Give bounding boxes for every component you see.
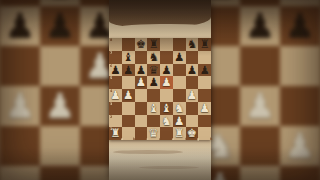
piece-black-p-a6: ♟ xyxy=(0,6,40,46)
piece-white-p-h3[interactable]: ♟ xyxy=(198,102,211,115)
file-label-c: c xyxy=(146,137,148,141)
piece-white-p-a4: ♟ xyxy=(0,86,40,126)
square-c4[interactable] xyxy=(135,89,148,102)
table-tan-band xyxy=(109,24,211,38)
square-g8[interactable]: ♞ xyxy=(186,38,199,51)
piece-black-n-d7[interactable]: ♞ xyxy=(147,51,160,64)
square-b2[interactable] xyxy=(122,115,135,128)
square-b5 xyxy=(40,46,80,86)
file-label-a: a xyxy=(121,137,123,141)
square-b3 xyxy=(40,126,80,166)
square-h6[interactable]: ♟ xyxy=(198,64,211,77)
square-b4[interactable]: ♟ xyxy=(122,89,135,102)
square-c3[interactable] xyxy=(135,102,148,115)
square-f7[interactable]: ♟ xyxy=(173,51,186,64)
piece-white-r-f1[interactable]: ♜ xyxy=(173,127,186,140)
piece-white-n-e2[interactable]: ♞ xyxy=(160,115,173,128)
square-a3[interactable]: 3 xyxy=(109,102,122,115)
square-a1[interactable]: ♜1a xyxy=(109,127,122,140)
square-b8[interactable] xyxy=(122,38,135,51)
table-top-dark-band xyxy=(109,0,211,27)
square-d8[interactable]: ♜ xyxy=(147,38,160,51)
square-b3[interactable] xyxy=(122,102,135,115)
square-a5 xyxy=(0,46,40,86)
rank-label-1: 1 xyxy=(110,127,112,131)
square-f8[interactable] xyxy=(173,38,186,51)
piece-white-p-g4: ♟ xyxy=(240,86,280,126)
rank-label-6: 6 xyxy=(110,64,112,68)
square-a7[interactable]: 7 xyxy=(109,51,122,64)
piece-black-p-b6[interactable]: ♟ xyxy=(122,64,135,77)
square-h3[interactable]: ♟ xyxy=(198,102,211,115)
square-h5[interactable] xyxy=(198,76,211,89)
file-label-e: e xyxy=(172,137,174,141)
rank-label-5: 5 xyxy=(110,76,112,80)
square-h1[interactable]: h xyxy=(198,127,211,140)
square-b2 xyxy=(40,166,80,180)
file-label-h: h xyxy=(210,137,212,141)
square-b6: ♟ xyxy=(40,6,80,46)
square-g4: ♟ xyxy=(240,86,280,126)
square-h3: ♟ xyxy=(280,126,320,166)
file-label-d: d xyxy=(159,137,161,141)
square-a8[interactable]: 8 xyxy=(109,38,122,51)
rank-label-7: 7 xyxy=(110,51,112,55)
file-label-g: g xyxy=(197,137,199,141)
square-e3[interactable]: ♝ xyxy=(160,102,173,115)
rank-label-4: 4 xyxy=(110,89,112,93)
rank-label-2: 2 xyxy=(110,115,112,119)
rank-label-3: 3 xyxy=(110,102,112,106)
square-f3[interactable]: ♞ xyxy=(173,102,186,115)
square-b1[interactable]: b xyxy=(122,127,135,140)
square-d3[interactable]: ♝ xyxy=(147,102,160,115)
square-c8[interactable]: ♚ xyxy=(135,38,148,51)
square-g6: ♟ xyxy=(240,6,280,46)
square-g5 xyxy=(240,46,280,86)
chess-board: 8♚♜♞♜7♝♞♟♟6♟♟♛♟♟♟5♟♟♟♟4♟♟3♝♝♞♟2♞♟♜1abc♛d… xyxy=(109,38,211,140)
file-label-b: b xyxy=(133,137,135,141)
square-h2 xyxy=(280,166,320,180)
piece-black-b-b7[interactable]: ♝ xyxy=(122,51,135,64)
piece-black-r-d8[interactable]: ♜ xyxy=(147,38,160,51)
table-streak xyxy=(139,166,199,169)
video-strip: 8♚♜♞♜7♝♞♟♟6♟♟♛♟♟♟5♟♟♟♟4♟♟3♝♝♞♟2♞♟♜1abc♛d… xyxy=(109,0,211,180)
file-label-f: f xyxy=(185,137,186,141)
square-b4: ♟ xyxy=(40,86,80,126)
rank-label-8: 8 xyxy=(110,38,112,42)
square-e2[interactable]: ♞ xyxy=(160,115,173,128)
piece-white-p-h3: ♟ xyxy=(280,126,320,166)
square-f5[interactable] xyxy=(173,76,186,89)
square-a3 xyxy=(0,126,40,166)
square-a4[interactable]: ♟4 xyxy=(109,89,122,102)
square-b6[interactable]: ♟ xyxy=(122,64,135,77)
square-e1[interactable]: e xyxy=(160,127,173,140)
square-f1[interactable]: ♜f xyxy=(173,127,186,140)
piece-white-n-f3[interactable]: ♞ xyxy=(173,102,186,115)
square-f6[interactable] xyxy=(173,64,186,77)
square-g4[interactable]: ♟ xyxy=(186,89,199,102)
piece-black-p-g6: ♟ xyxy=(240,6,280,46)
table-bottom-area xyxy=(109,140,211,180)
square-c7[interactable] xyxy=(135,51,148,64)
square-d7[interactable]: ♞ xyxy=(147,51,160,64)
piece-black-k-c8[interactable]: ♚ xyxy=(135,38,148,51)
piece-black-p-g6[interactable]: ♟ xyxy=(186,64,199,77)
piece-white-p-e5[interactable]: ♟ xyxy=(160,76,173,89)
piece-white-p-c5[interactable]: ♟ xyxy=(135,76,148,89)
square-a6: ♟ xyxy=(0,6,40,46)
piece-white-b-e3[interactable]: ♝ xyxy=(160,102,173,115)
piece-black-p-h6: ♟ xyxy=(280,6,320,46)
square-d1[interactable]: ♛d xyxy=(147,127,160,140)
square-f4[interactable] xyxy=(173,89,186,102)
square-d4[interactable] xyxy=(147,89,160,102)
square-d5[interactable]: ♟ xyxy=(147,76,160,89)
square-g6[interactable]: ♟ xyxy=(186,64,199,77)
piece-black-p-h6[interactable]: ♟ xyxy=(198,64,211,77)
piece-white-p-b4: ♟ xyxy=(40,86,80,126)
square-a4: ♟ xyxy=(0,86,40,126)
square-c1[interactable]: c xyxy=(135,127,148,140)
square-h8[interactable]: ♜ xyxy=(198,38,211,51)
piece-white-p-b4[interactable]: ♟ xyxy=(122,89,135,102)
piece-black-p-d5[interactable]: ♟ xyxy=(147,76,160,89)
piece-white-b-d3[interactable]: ♝ xyxy=(147,102,160,115)
square-h5 xyxy=(280,46,320,86)
square-e8[interactable] xyxy=(160,38,173,51)
piece-black-r-h8[interactable]: ♜ xyxy=(198,38,211,51)
square-b7[interactable]: ♝ xyxy=(122,51,135,64)
piece-black-p-b6: ♟ xyxy=(40,6,80,46)
square-g1[interactable]: ♚g xyxy=(186,127,199,140)
square-h4 xyxy=(280,86,320,126)
square-h4[interactable] xyxy=(198,89,211,102)
square-g2 xyxy=(240,166,280,180)
square-e7[interactable] xyxy=(160,51,173,64)
square-h6: ♟ xyxy=(280,6,320,46)
piece-white-p-g4[interactable]: ♟ xyxy=(186,89,199,102)
square-a2 xyxy=(0,166,40,180)
square-h7[interactable] xyxy=(198,51,211,64)
square-g3[interactable] xyxy=(186,102,199,115)
square-c5[interactable]: ♟ xyxy=(135,76,148,89)
piece-black-n-g8[interactable]: ♞ xyxy=(186,38,199,51)
square-g7[interactable] xyxy=(186,51,199,64)
square-a6[interactable]: ♟6 xyxy=(109,64,122,77)
square-h2[interactable] xyxy=(198,115,211,128)
table-streak xyxy=(113,150,183,154)
video-frame: ♚♜♞♜♝♞♟♟♟♟♛♟♟♟♟♟♟♟♟♟♝♝♞♟♞♟♜♛♜♚ 8♚♜♞♜7♝♞♟… xyxy=(0,0,320,180)
square-g3 xyxy=(240,126,280,166)
square-c2[interactable] xyxy=(135,115,148,128)
square-e4[interactable] xyxy=(160,89,173,102)
square-e5[interactable]: ♟ xyxy=(160,76,173,89)
piece-black-p-f7[interactable]: ♟ xyxy=(173,51,186,64)
